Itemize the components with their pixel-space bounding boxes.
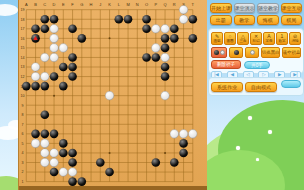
- alternate-stone-button[interactable]: [211, 47, 227, 58]
- pen-icon[interactable]: ✎画笔: [211, 32, 223, 45]
- class-demo-button[interactable]: 课堂演示: [234, 3, 256, 13]
- svg-text:Q: Q: [163, 2, 166, 7]
- homework-row: 系统作业 自由模式: [211, 82, 277, 92]
- svg-text:14: 14: [20, 56, 24, 60]
- triangle-mark-icon[interactable]: △三角: [237, 32, 249, 45]
- go-board-grid: ABCDEFGHJKLMNOPQRST191817161514131211109…: [19, 0, 208, 190]
- cloud-top-left: [0, 4, 18, 16]
- svg-text:5: 5: [21, 142, 23, 146]
- svg-text:13: 13: [20, 65, 24, 69]
- clear-board-button[interactable]: 清空棋盘: [282, 47, 301, 58]
- svg-text:H: H: [90, 2, 93, 7]
- black-stone-icon: [234, 50, 239, 55]
- secondary-button-row: 出题 教学 悔棋 棋局: [210, 15, 302, 25]
- svg-text:4: 4: [21, 151, 23, 155]
- black-stone-button[interactable]: [229, 47, 243, 58]
- number-mark-icon[interactable]: 1数字: [276, 32, 288, 45]
- start-class-button[interactable]: 开始上课: [210, 3, 232, 13]
- teaching-button[interactable]: 教学: [234, 15, 256, 25]
- svg-text:T: T: [192, 2, 195, 7]
- make-exercise-button[interactable]: 出题: [210, 15, 232, 25]
- class-button-row: 开始上课 课堂演示 随堂教学 课堂互动: [210, 3, 302, 13]
- collapse-handle[interactable]: [281, 80, 301, 88]
- homework-card: 系统作业 自由模式: [208, 77, 304, 96]
- svg-text:R: R: [173, 2, 176, 7]
- action-row: 删除棋子 共0手: [211, 60, 301, 69]
- svg-text:O: O: [145, 2, 148, 7]
- svg-text:P: P: [154, 2, 157, 7]
- svg-text:6: 6: [21, 132, 23, 136]
- svg-text:N: N: [136, 2, 139, 7]
- svg-text:2: 2: [21, 170, 23, 174]
- svg-text:D: D: [53, 2, 56, 7]
- annotation-toolbar: ✎画笔 ○圆圈 △三角 ✕标记 A字母 1数字 ⊘清除: [211, 32, 301, 45]
- delete-stone-button[interactable]: 删除棋子: [211, 60, 241, 69]
- black-stone-icon: [214, 50, 219, 55]
- svg-text:12: 12: [20, 75, 24, 79]
- circle-mark-icon[interactable]: ○圆圈: [224, 32, 236, 45]
- cross-mark-icon[interactable]: ✕标记: [250, 32, 262, 45]
- move-counter-badge: 共0手: [244, 61, 270, 69]
- svg-text:18: 18: [20, 18, 24, 22]
- stone-mode-row: 切换黑白 清空棋盘: [211, 47, 301, 58]
- svg-text:8: 8: [21, 113, 23, 117]
- svg-text:15: 15: [20, 46, 24, 50]
- swap-colors-button[interactable]: 切换黑白: [261, 47, 280, 58]
- go-board[interactable]: ABCDEFGHJKLMNOPQRST191817161514131211109…: [18, 0, 207, 190]
- svg-text:M: M: [126, 2, 129, 7]
- tools-card: ✎画笔 ○圆圈 △三角 ✕标记 A字母 1数字 ⊘清除 切换黑白: [208, 28, 304, 74]
- svg-text:J: J: [99, 2, 101, 7]
- svg-text:G: G: [80, 2, 83, 7]
- svg-text:9: 9: [21, 104, 23, 108]
- class-interaction-button[interactable]: 课堂互动: [281, 3, 303, 13]
- svg-text:B: B: [34, 2, 37, 7]
- svg-text:10: 10: [20, 94, 24, 98]
- board-bottom-edge: [19, 186, 207, 190]
- svg-text:A: A: [25, 2, 28, 7]
- svg-text:7: 7: [21, 123, 23, 127]
- svg-text:F: F: [71, 2, 74, 7]
- svg-text:16: 16: [20, 37, 24, 41]
- svg-text:3: 3: [21, 161, 23, 165]
- svg-text:L: L: [118, 2, 121, 7]
- svg-text:17: 17: [20, 27, 24, 31]
- control-panel: 开始上课 课堂演示 随堂教学 课堂互动 出题 教学 悔棋 棋局 ✎画笔 ○圆圈 …: [207, 0, 304, 190]
- svg-text:E: E: [62, 2, 65, 7]
- white-stone-icon: [220, 50, 225, 55]
- letter-mark-icon[interactable]: A字母: [263, 32, 275, 45]
- svg-text:1: 1: [21, 180, 23, 184]
- erase-icon[interactable]: ⊘清除: [289, 32, 301, 45]
- system-homework-button[interactable]: 系统作业: [211, 82, 243, 92]
- svg-text:K: K: [108, 2, 111, 7]
- game-record-button[interactable]: 棋局: [281, 15, 303, 25]
- class-teaching-button[interactable]: 随堂教学: [257, 3, 279, 13]
- free-mode-button[interactable]: 自由模式: [245, 82, 277, 92]
- svg-text:C: C: [43, 2, 46, 7]
- undo-button[interactable]: 悔棋: [257, 15, 279, 25]
- svg-text:19: 19: [20, 8, 24, 12]
- white-stone-button[interactable]: [245, 47, 259, 58]
- white-stone-icon: [250, 50, 255, 55]
- go-classroom-app: ABCDEFGHJKLMNOPQRST191817161514131211109…: [0, 0, 304, 190]
